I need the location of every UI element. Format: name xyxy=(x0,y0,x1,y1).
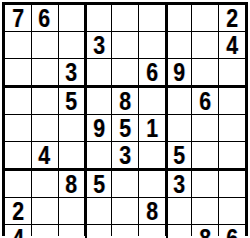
cell-value: 1 xyxy=(146,115,158,141)
cell-r6c5[interactable]: 3 xyxy=(112,142,138,168)
cell-value: 2 xyxy=(226,5,238,31)
cell-r6c9[interactable] xyxy=(219,142,245,168)
cell-value: 9 xyxy=(93,115,105,141)
cell-value: 8 xyxy=(199,225,211,238)
cell-r6c3[interactable] xyxy=(59,142,85,168)
cell-r3c5[interactable] xyxy=(112,59,138,85)
cell-value: 7 xyxy=(12,5,24,31)
cell-r7c7[interactable]: 3 xyxy=(166,169,192,197)
cell-value: 4 xyxy=(226,32,238,58)
cell-r1c6[interactable] xyxy=(139,5,165,31)
cell-value: 5 xyxy=(66,88,78,114)
cell-r5c3[interactable] xyxy=(59,115,85,141)
cell-r2c6[interactable] xyxy=(139,32,165,58)
cell-r8c1[interactable]: 2 xyxy=(5,198,31,224)
cell-r3c2[interactable] xyxy=(32,59,58,85)
cell-r6c4[interactable] xyxy=(85,142,111,168)
cell-r8c4[interactable] xyxy=(85,198,111,224)
cell-value: 8 xyxy=(146,198,158,224)
cell-r7c8[interactable] xyxy=(192,169,218,197)
cell-r2c2[interactable] xyxy=(32,32,58,58)
cell-r5c1[interactable] xyxy=(5,115,31,141)
cell-r2c8[interactable] xyxy=(192,32,218,58)
cell-r9c2[interactable] xyxy=(32,225,58,238)
cell-r1c4[interactable] xyxy=(85,5,111,31)
cell-r4c2[interactable] xyxy=(32,86,58,114)
cell-r2c9[interactable]: 4 xyxy=(219,32,245,58)
cell-value: 3 xyxy=(66,59,78,85)
cell-r7c2[interactable] xyxy=(32,169,58,197)
cell-r6c6[interactable] xyxy=(139,142,165,168)
cell-r5c7[interactable] xyxy=(166,115,192,141)
cell-value: 2 xyxy=(12,198,24,224)
cell-r1c7[interactable] xyxy=(166,5,192,31)
cell-value: 3 xyxy=(174,171,186,197)
cell-r2c7[interactable] xyxy=(166,32,192,58)
cell-r8c2[interactable] xyxy=(32,198,58,224)
cell-value: 5 xyxy=(119,115,131,141)
cell-r2c4[interactable]: 3 xyxy=(85,32,111,58)
cell-r4c5[interactable]: 8 xyxy=(112,86,138,114)
cell-r6c2[interactable]: 4 xyxy=(32,142,58,168)
cell-r3c4[interactable] xyxy=(85,59,111,85)
cell-r3c9[interactable] xyxy=(219,59,245,85)
cell-r9c9[interactable]: 6 xyxy=(219,225,245,238)
cell-r5c6[interactable]: 1 xyxy=(139,115,165,141)
cell-r4c6[interactable] xyxy=(139,86,165,114)
cell-r4c1[interactable] xyxy=(5,86,31,114)
cell-r8c9[interactable] xyxy=(219,198,245,224)
cell-r3c6[interactable]: 6 xyxy=(139,59,165,85)
cell-value: 5 xyxy=(174,142,186,168)
cell-r6c7[interactable]: 5 xyxy=(166,142,192,168)
cell-r7c4[interactable]: 5 xyxy=(85,169,111,197)
sudoku-page: 7623436958695143585328486 xyxy=(0,0,250,238)
cell-value: 6 xyxy=(39,5,51,31)
cell-r9c4[interactable] xyxy=(85,225,111,238)
cell-value: 8 xyxy=(66,171,78,197)
cell-r1c8[interactable] xyxy=(192,5,218,31)
cell-r9c8[interactable]: 8 xyxy=(192,225,218,238)
cell-value: 6 xyxy=(199,88,211,114)
cell-r1c3[interactable] xyxy=(59,5,85,31)
cell-r5c5[interactable]: 5 xyxy=(112,115,138,141)
cell-r1c1[interactable]: 7 xyxy=(5,5,31,31)
cell-r7c5[interactable] xyxy=(112,169,138,197)
cell-r9c5[interactable] xyxy=(112,225,138,238)
cell-r4c9[interactable] xyxy=(219,86,245,114)
cell-r9c7[interactable] xyxy=(166,225,192,238)
cell-r4c3[interactable]: 5 xyxy=(59,86,85,114)
cell-r7c3[interactable]: 8 xyxy=(59,169,85,197)
cell-value: 4 xyxy=(12,225,24,238)
cell-r2c5[interactable] xyxy=(112,32,138,58)
cell-r5c9[interactable] xyxy=(219,115,245,141)
cell-r5c8[interactable] xyxy=(192,115,218,141)
cell-value: 6 xyxy=(226,225,238,238)
cell-r2c3[interactable] xyxy=(59,32,85,58)
cell-r5c2[interactable] xyxy=(32,115,58,141)
cell-r7c6[interactable] xyxy=(139,169,165,197)
cell-r1c5[interactable] xyxy=(112,5,138,31)
cell-value: 3 xyxy=(119,142,131,168)
cell-r8c8[interactable] xyxy=(192,198,218,224)
cell-r3c3[interactable]: 3 xyxy=(59,59,85,85)
cell-r9c6[interactable] xyxy=(139,225,165,238)
cell-value: 4 xyxy=(39,142,51,168)
cell-r1c2[interactable]: 6 xyxy=(32,5,58,31)
cell-r6c8[interactable] xyxy=(192,142,218,168)
cell-r4c4[interactable] xyxy=(85,86,111,114)
cell-r8c5[interactable] xyxy=(112,198,138,224)
cell-r6c1[interactable] xyxy=(5,142,31,168)
cell-r8c3[interactable] xyxy=(59,198,85,224)
cell-r3c1[interactable] xyxy=(5,59,31,85)
cell-r3c7[interactable]: 9 xyxy=(166,59,192,85)
cell-value: 5 xyxy=(93,171,105,197)
cell-r2c1[interactable] xyxy=(5,32,31,58)
cell-r3c8[interactable] xyxy=(192,59,218,85)
cell-r8c6[interactable]: 8 xyxy=(139,198,165,224)
cell-value: 3 xyxy=(93,32,105,58)
cell-r1c9[interactable]: 2 xyxy=(219,5,245,31)
cell-r9c1[interactable]: 4 xyxy=(5,225,31,238)
cell-value: 8 xyxy=(119,88,131,114)
cell-value: 6 xyxy=(146,59,158,85)
cell-r7c9[interactable] xyxy=(219,169,245,197)
cell-r8c7[interactable] xyxy=(166,198,192,224)
cell-r7c1[interactable] xyxy=(5,169,31,197)
cell-r9c3[interactable] xyxy=(59,225,85,238)
cell-r4c8[interactable]: 6 xyxy=(192,86,218,114)
cell-value: 9 xyxy=(174,59,186,85)
sudoku-board: 7623436958695143585328486 xyxy=(2,2,248,236)
cell-r4c7[interactable] xyxy=(166,86,192,114)
cell-r5c4[interactable]: 9 xyxy=(85,115,111,141)
